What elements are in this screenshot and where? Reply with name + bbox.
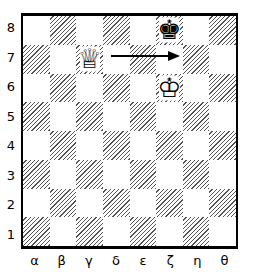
piece-white-queen[interactable]: ♕ <box>77 45 101 72</box>
rank-labels: 87654321 <box>0 13 19 249</box>
square-η5[interactable] <box>183 102 210 131</box>
square-α4[interactable] <box>23 131 50 160</box>
square-ε3[interactable] <box>130 160 157 189</box>
piece-white-king[interactable]: ♔ <box>157 74 181 101</box>
square-γ2[interactable] <box>76 189 103 218</box>
square-η6[interactable] <box>183 74 210 103</box>
square-η8[interactable] <box>183 16 210 45</box>
square-ζ5[interactable] <box>156 102 183 131</box>
square-θ5[interactable] <box>209 102 236 131</box>
square-β3[interactable] <box>50 160 77 189</box>
square-θ1[interactable] <box>209 217 236 246</box>
piece-black-king[interactable]: ♚ <box>157 16 181 43</box>
rank-label-8: 8 <box>0 13 19 43</box>
rank-label-7: 7 <box>0 43 19 73</box>
move-arrow-head-icon <box>168 51 180 61</box>
square-β5[interactable] <box>50 102 77 131</box>
square-α3[interactable] <box>23 160 50 189</box>
square-β1[interactable] <box>50 217 77 246</box>
move-arrow-line <box>111 55 169 57</box>
square-β6[interactable] <box>50 74 77 103</box>
square-ζ8[interactable]: ♚ <box>156 16 183 45</box>
rank-label-4: 4 <box>0 131 19 161</box>
square-γ1[interactable] <box>76 217 103 246</box>
square-β2[interactable] <box>50 189 77 218</box>
file-label-δ: δ <box>102 250 129 270</box>
chess-board: ♚♕♔ <box>21 13 238 249</box>
square-α1[interactable] <box>23 217 50 246</box>
square-δ8[interactable] <box>103 16 130 45</box>
square-δ1[interactable] <box>103 217 130 246</box>
square-ζ4[interactable] <box>156 131 183 160</box>
rank-label-6: 6 <box>0 72 19 102</box>
square-β8[interactable] <box>50 16 77 45</box>
square-δ4[interactable] <box>103 131 130 160</box>
square-γ8[interactable] <box>76 16 103 45</box>
rank-label-5: 5 <box>0 102 19 132</box>
square-θ7[interactable] <box>209 45 236 74</box>
square-η4[interactable] <box>183 131 210 160</box>
rank-label-2: 2 <box>0 190 19 220</box>
square-θ6[interactable] <box>209 74 236 103</box>
rank-label-1: 1 <box>0 220 19 250</box>
square-ζ6[interactable]: ♔ <box>156 74 183 103</box>
square-θ8[interactable] <box>209 16 236 45</box>
rank-label-3: 3 <box>0 161 19 191</box>
square-ε5[interactable] <box>130 102 157 131</box>
square-ε7[interactable] <box>130 45 157 74</box>
square-γ7[interactable]: ♕ <box>76 45 103 74</box>
square-η1[interactable] <box>183 217 210 246</box>
file-label-θ: θ <box>211 250 238 270</box>
square-ζ2[interactable] <box>156 189 183 218</box>
square-δ3[interactable] <box>103 160 130 189</box>
square-α8[interactable] <box>23 16 50 45</box>
file-label-α: α <box>21 250 48 270</box>
square-δ7[interactable] <box>103 45 130 74</box>
file-label-ζ: ζ <box>157 250 184 270</box>
file-label-η: η <box>184 250 211 270</box>
square-η3[interactable] <box>183 160 210 189</box>
square-δ6[interactable] <box>103 74 130 103</box>
square-β7[interactable] <box>50 45 77 74</box>
square-ε6[interactable] <box>130 74 157 103</box>
file-labels: αβγδεζηθ <box>21 250 238 270</box>
square-ε2[interactable] <box>130 189 157 218</box>
square-θ3[interactable] <box>209 160 236 189</box>
square-ζ3[interactable] <box>156 160 183 189</box>
square-η2[interactable] <box>183 189 210 218</box>
square-α7[interactable] <box>23 45 50 74</box>
square-γ6[interactable] <box>76 74 103 103</box>
file-label-γ: γ <box>75 250 102 270</box>
square-γ4[interactable] <box>76 131 103 160</box>
square-β4[interactable] <box>50 131 77 160</box>
square-θ4[interactable] <box>209 131 236 160</box>
chess-diagram: 87654321 ♚♕♔ αβγδεζηθ <box>0 0 259 273</box>
file-label-β: β <box>48 250 75 270</box>
square-γ5[interactable] <box>76 102 103 131</box>
square-α2[interactable] <box>23 189 50 218</box>
square-γ3[interactable] <box>76 160 103 189</box>
square-α5[interactable] <box>23 102 50 131</box>
square-δ2[interactable] <box>103 189 130 218</box>
square-η7[interactable] <box>183 45 210 74</box>
square-θ2[interactable] <box>209 189 236 218</box>
square-δ5[interactable] <box>103 102 130 131</box>
square-α6[interactable] <box>23 74 50 103</box>
square-ζ1[interactable] <box>156 217 183 246</box>
square-ε1[interactable] <box>130 217 157 246</box>
board-grid: ♚♕♔ <box>23 16 236 246</box>
square-ε8[interactable] <box>130 16 157 45</box>
square-ε4[interactable] <box>130 131 157 160</box>
file-label-ε: ε <box>130 250 157 270</box>
